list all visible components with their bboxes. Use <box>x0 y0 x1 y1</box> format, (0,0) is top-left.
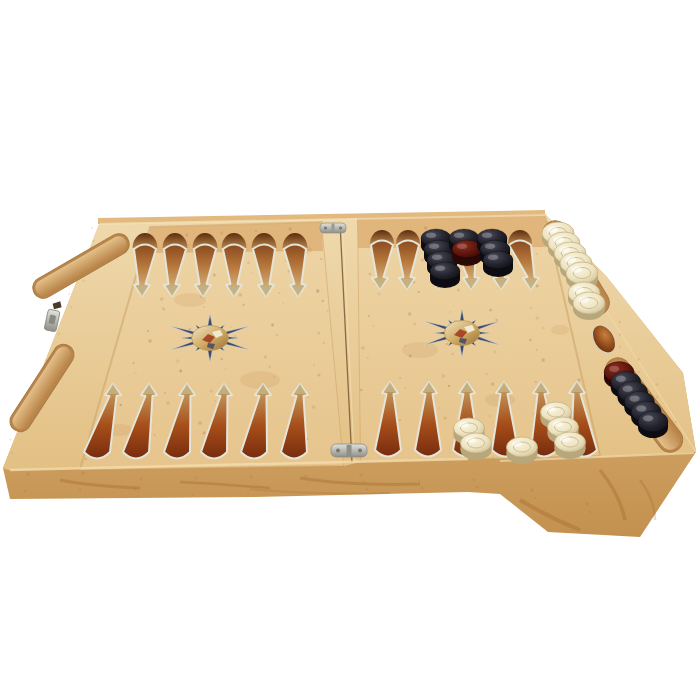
checker-light[interactable] <box>461 433 492 460</box>
backgammon-product-photo <box>0 0 700 700</box>
hinge-bottom <box>331 444 367 457</box>
checker-light[interactable] <box>555 432 586 459</box>
checker-light[interactable] <box>507 437 538 464</box>
checker-dark[interactable] <box>638 411 668 438</box>
backgammon-board <box>0 0 700 700</box>
checker-light[interactable] <box>573 292 605 320</box>
hinge-top <box>320 223 346 233</box>
checker-dark[interactable] <box>483 251 513 277</box>
checker-dark[interactable] <box>430 262 460 288</box>
